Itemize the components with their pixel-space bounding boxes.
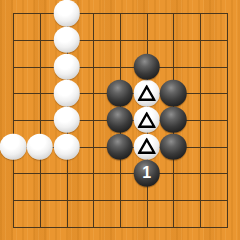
white-stone [27, 133, 54, 160]
grid-hline [13, 173, 227, 174]
go-board[interactable]: 1 [0, 0, 240, 240]
white-stone [53, 0, 80, 27]
black-stone [160, 133, 187, 160]
black-stone [133, 53, 160, 80]
white-stone [53, 53, 80, 80]
white-stone-triangle-marked [133, 133, 160, 160]
white-stone [53, 133, 80, 160]
triangle-mark-icon [138, 111, 156, 128]
grid-vline [200, 13, 201, 227]
black-stone [107, 133, 134, 160]
triangle-mark-icon [138, 138, 156, 155]
grid-hline [13, 200, 227, 201]
white-stone [53, 80, 80, 107]
black-stone [160, 80, 187, 107]
move-number-label: 1 [142, 165, 151, 182]
grid-vline [227, 13, 228, 227]
white-stone [53, 27, 80, 54]
black-stone [107, 80, 134, 107]
black-stone [107, 107, 134, 134]
white-stone-triangle-marked [133, 107, 160, 134]
white-stone [53, 107, 80, 134]
triangle-mark-icon [138, 85, 156, 102]
grid-hline [13, 227, 227, 228]
white-stone-triangle-marked [133, 80, 160, 107]
black-stone-move-1: 1 [133, 160, 160, 187]
black-stone [160, 107, 187, 134]
white-stone [0, 133, 27, 160]
